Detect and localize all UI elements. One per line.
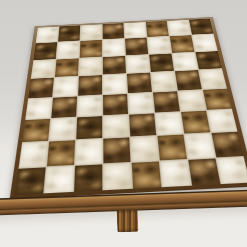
square-g1 (188, 158, 220, 186)
square-h4 (203, 88, 232, 109)
square-f6 (149, 53, 174, 72)
square-c2 (75, 139, 102, 164)
square-d3 (103, 115, 129, 138)
square-e7 (125, 38, 148, 55)
square-a8 (36, 27, 59, 43)
square-a1 (15, 167, 46, 195)
square-f8 (146, 21, 169, 37)
chess-board (15, 19, 247, 195)
square-b1 (45, 166, 75, 194)
square-g3 (181, 111, 210, 134)
square-f4 (153, 91, 180, 113)
square-b8 (58, 25, 80, 41)
square-c8 (80, 24, 101, 40)
square-g2 (185, 133, 216, 158)
square-b4 (51, 96, 77, 118)
square-h3 (207, 109, 237, 132)
square-b2 (47, 140, 75, 166)
square-d1 (103, 163, 131, 191)
square-f3 (155, 112, 183, 135)
square-c6 (79, 57, 102, 76)
square-a4 (25, 97, 52, 119)
photo-background (0, 0, 247, 247)
square-b7 (57, 41, 80, 58)
square-g7 (170, 35, 195, 52)
square-e6 (126, 55, 150, 74)
square-e3 (129, 113, 156, 136)
square-c1 (74, 164, 102, 192)
square-e8 (124, 22, 146, 38)
square-g8 (167, 20, 191, 36)
square-g5 (175, 70, 202, 90)
square-f2 (157, 135, 187, 160)
square-h5 (199, 69, 227, 89)
table-wood-rim (10, 17, 247, 199)
square-e4 (128, 92, 154, 114)
square-b3 (49, 117, 76, 141)
square-f7 (147, 37, 171, 54)
square-g6 (172, 52, 198, 71)
square-e1 (132, 161, 162, 189)
square-d6 (103, 56, 126, 75)
square-c5 (78, 75, 102, 95)
square-b6 (55, 58, 79, 77)
square-a6 (31, 59, 56, 78)
square-b5 (53, 76, 78, 96)
square-e2 (130, 136, 158, 161)
chess-table (10, 17, 247, 199)
square-f1 (160, 160, 191, 188)
square-c4 (77, 95, 102, 117)
square-a3 (22, 119, 50, 143)
square-a2 (19, 142, 48, 168)
square-h8 (189, 19, 213, 35)
square-c7 (80, 40, 102, 57)
square-a7 (33, 42, 57, 60)
square-f5 (151, 71, 177, 91)
square-h6 (195, 51, 221, 69)
square-d5 (103, 74, 127, 94)
square-g4 (178, 90, 206, 111)
square-d8 (103, 23, 125, 39)
square-h7 (192, 34, 217, 51)
square-a5 (28, 78, 54, 98)
square-d4 (103, 94, 128, 116)
square-e5 (127, 73, 152, 93)
square-c3 (76, 116, 102, 139)
square-h2 (212, 132, 244, 157)
square-d7 (103, 39, 125, 56)
table-leg (117, 210, 139, 233)
square-d2 (103, 138, 130, 163)
square-h1 (216, 157, 247, 184)
